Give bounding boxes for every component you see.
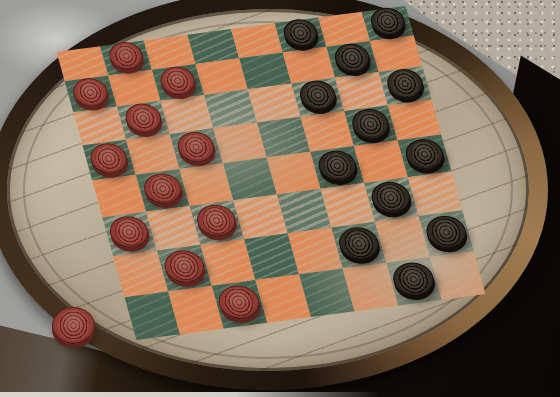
checker-glyph: ⛀	[330, 158, 343, 172]
checker-glyph: ⛂	[102, 151, 115, 165]
red-checker[interactable]: ⛂	[105, 40, 145, 72]
photo-bottom-edge	[0, 392, 560, 397]
red-checker[interactable]: ⛂	[174, 129, 218, 164]
red-checker[interactable]: ⛂	[160, 248, 208, 285]
dark-checker[interactable]: ⛀	[296, 78, 339, 112]
checker-glyph: ⛀	[294, 26, 307, 40]
checker-glyph: ⛀	[352, 236, 365, 250]
checker-glyph: ⛂	[123, 225, 136, 239]
red-checker[interactable]: ⛂	[69, 76, 111, 109]
checker-glyph: ⛀	[385, 191, 398, 205]
dark-checker[interactable]: ⛀	[383, 67, 426, 101]
checker-glyph: ⛂	[210, 214, 223, 228]
dark-checker[interactable]: ⛀	[401, 136, 446, 171]
red-checker[interactable]: ⛂	[87, 141, 131, 176]
dark-checker[interactable]: ⛀	[280, 17, 320, 49]
checker-glyph: ⛀	[364, 117, 377, 131]
checker-glyph: ⛂	[119, 49, 132, 63]
checker-glyph: ⛀	[418, 147, 431, 161]
checker-glyph: ⛂	[190, 140, 203, 154]
red-checker[interactable]: ⛂	[193, 202, 239, 238]
checker-glyph: ⛀	[439, 225, 452, 239]
dark-checker[interactable]: ⛀	[314, 148, 359, 183]
red-checker[interactable]: ⛂	[215, 283, 264, 321]
red-checker[interactable]: ⛂	[121, 101, 164, 135]
checker-glyph: ⛀	[407, 272, 420, 286]
dark-checker[interactable]: ⛀	[348, 106, 392, 141]
checker-glyph: ⛂	[156, 181, 169, 195]
checker-glyph: ⛀	[346, 51, 359, 65]
dark-checker[interactable]: ⛀	[331, 41, 373, 74]
checker-glyph: ⛂	[171, 73, 184, 87]
red-checker[interactable]: ⛂	[106, 214, 152, 250]
dark-checker[interactable]: ⛀	[389, 260, 438, 298]
checker-glyph: ⛀	[381, 15, 394, 29]
checker-glyph: ⛂	[177, 259, 190, 273]
checker-glyph: ⛀	[398, 77, 411, 91]
square-h4[interactable]	[388, 99, 441, 140]
red-checker[interactable]: ⛂	[140, 171, 185, 206]
dark-checker[interactable]: ⛀	[335, 225, 383, 262]
checker-glyph: ⛂	[136, 111, 149, 125]
checker-glyph: ⛀	[311, 88, 324, 102]
dark-checker[interactable]: ⛀	[368, 180, 414, 216]
checker-glyph: ⛂	[84, 85, 97, 99]
dark-checker[interactable]: ⛀	[367, 6, 407, 38]
red-checker[interactable]: ⛂	[157, 64, 199, 97]
red-checker-off-board[interactable]: ⛂	[52, 307, 95, 344]
dark-checker[interactable]: ⛀	[422, 213, 470, 250]
checker-glyph: ⛂	[69, 319, 78, 332]
checker-glyph: ⛂	[233, 295, 246, 309]
photo-of-checkers-game: ⛂⛀⛀⛂⛂⛀⛂⛀⛀⛂⛂⛀⛂⛀⛀⛂⛂⛀⛂⛀⛀⛂⛀ ⛂	[0, 0, 560, 397]
